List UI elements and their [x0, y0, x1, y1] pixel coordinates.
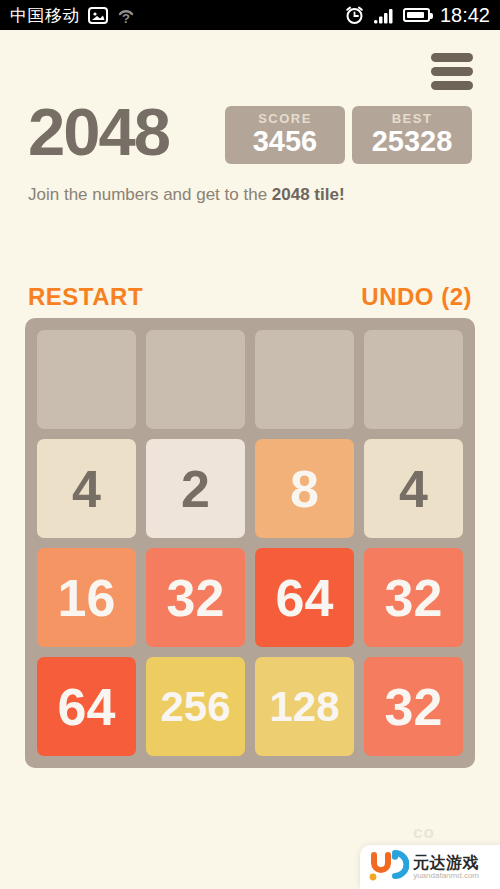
- clock-time: 18:42: [440, 4, 490, 27]
- tile-64: 64: [37, 657, 136, 756]
- watermark-domain: yuandafanmd.com: [413, 872, 479, 880]
- alarm-icon: [344, 5, 365, 26]
- page-title: 2048: [28, 98, 169, 165]
- carrier-label: 中国移动: [10, 4, 80, 27]
- menu-bar-icon: [431, 53, 473, 62]
- tile-32: 32: [146, 548, 245, 647]
- status-bar: 中国移动 ?: [0, 0, 500, 30]
- tile-32: 32: [364, 657, 463, 756]
- faint-artifact: co: [413, 823, 435, 843]
- score-box: SCORE 3456: [225, 106, 345, 164]
- tile-8: 8: [255, 439, 354, 538]
- signal-icon: [373, 7, 395, 24]
- tile-64: 64: [255, 548, 354, 647]
- menu-bar-icon: [431, 81, 473, 90]
- watermark-text: 元达游戏 yuandafanmd.com: [413, 854, 479, 880]
- tile-128: 128: [255, 657, 354, 756]
- menu-bar-icon: [431, 67, 473, 76]
- tile-2: 2: [146, 439, 245, 538]
- empty-cell: [364, 330, 463, 429]
- yuanda-logo-icon: [367, 847, 409, 887]
- tile-4: 4: [364, 439, 463, 538]
- tagline: Join the numbers and get to the 2048 til…: [28, 185, 345, 205]
- empty-cell: [146, 330, 245, 429]
- battery-icon: [403, 8, 430, 22]
- svg-text:?: ?: [122, 11, 130, 25]
- best-value: 25328: [372, 125, 453, 158]
- tagline-text: Join the numbers and get to the: [28, 185, 272, 204]
- best-box: BEST 25328: [352, 106, 472, 164]
- tile-32: 32: [364, 548, 463, 647]
- empty-cell: [37, 330, 136, 429]
- score-label: SCORE: [258, 112, 312, 125]
- undo-button[interactable]: UNDO (2): [361, 283, 472, 311]
- restart-button[interactable]: RESTART: [28, 283, 143, 311]
- picture-icon: [88, 7, 108, 24]
- tile-256: 256: [146, 657, 245, 756]
- scoreboard: SCORE 3456 BEST 25328: [225, 106, 472, 164]
- app-screen: 中国移动 ?: [0, 0, 500, 889]
- empty-cell: [255, 330, 354, 429]
- tile-16: 16: [37, 548, 136, 647]
- watermark-badge[interactable]: 元达游戏 yuandafanmd.com: [360, 845, 500, 889]
- watermark-name: 元达游戏: [413, 854, 479, 872]
- wifi-question-icon: ?: [116, 6, 136, 25]
- best-label: BEST: [392, 112, 433, 125]
- tile-4: 4: [37, 439, 136, 538]
- tagline-goal: 2048 tile!: [272, 185, 345, 204]
- menu-button[interactable]: [431, 53, 473, 90]
- board-grid[interactable]: 4284163264326425612832: [25, 318, 475, 768]
- score-value: 3456: [253, 125, 318, 158]
